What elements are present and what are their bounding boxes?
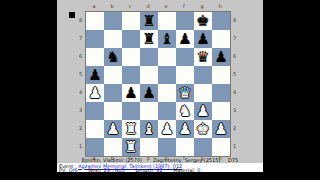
white-pawn-f2: ♟ — [176, 120, 194, 138]
square-a4[interactable]: ♟ — [86, 84, 104, 102]
next-value: 29...Nd5 — [104, 167, 125, 173]
white-pawn-a4: ♟ — [86, 84, 104, 102]
square-c4[interactable]: ♟ — [122, 84, 140, 102]
black-king-g8: ♚ — [194, 12, 212, 30]
coordinate-label: 2 — [77, 119, 84, 137]
square-e2[interactable]: ♟ — [158, 120, 176, 138]
coordinate-label: h — [211, 3, 229, 9]
square-c3[interactable] — [122, 102, 140, 120]
square-a2[interactable] — [86, 120, 104, 138]
black-pawn-d4: ♟ — [140, 84, 158, 102]
coordinate-label: 7 — [231, 29, 238, 47]
white-queen-f4: ♛ — [176, 84, 194, 102]
coordinate-label: 3 — [231, 101, 238, 119]
square-g3[interactable]: ♟ — [194, 102, 212, 120]
white-knight-f3: ♞ — [176, 102, 194, 120]
black-rook-d8: ♜ — [140, 12, 158, 30]
square-e4[interactable] — [158, 84, 176, 102]
pv-label: PV: — [59, 167, 67, 173]
square-e6[interactable] — [158, 48, 176, 66]
material-label: Material: — [173, 167, 195, 173]
video-content-area: abcdefgh abcdefgh 87654321 87654321 ♜♚♜♝… — [57, 0, 263, 172]
square-g5[interactable] — [194, 66, 212, 84]
square-e3[interactable] — [158, 102, 176, 120]
black-pawn-g7: ♟ — [194, 30, 212, 48]
square-h8[interactable] — [212, 12, 230, 30]
coordinate-label: 7 — [77, 29, 84, 47]
square-d8[interactable]: ♜ — [140, 12, 158, 30]
square-d4[interactable]: ♟ — [140, 84, 158, 102]
square-c6[interactable] — [122, 48, 140, 66]
square-b1[interactable] — [104, 138, 122, 156]
square-b4[interactable] — [104, 84, 122, 102]
coordinate-label: f — [175, 3, 193, 9]
square-d6[interactable] — [140, 48, 158, 66]
black-queen-g6: ♛ — [194, 48, 212, 66]
black-pawn-a5: ♟ — [86, 66, 104, 84]
square-h7[interactable] — [212, 30, 230, 48]
square-b2[interactable]: ♟ — [104, 120, 122, 138]
square-d2[interactable]: ♝ — [140, 120, 158, 138]
square-h5[interactable] — [212, 66, 230, 84]
square-b5[interactable] — [104, 66, 122, 84]
length-label: Length: — [135, 167, 154, 173]
chess-board: ♜♚♜♝♟♟♞♛♟♟♟♟♟♛♞♟♟♜♝♟♟♚♟♜ — [85, 11, 231, 157]
square-h4[interactable] — [212, 84, 230, 102]
coordinate-label: e — [157, 3, 175, 9]
square-g6[interactable]: ♛ — [194, 48, 212, 66]
pv-value: Qf6 — [69, 167, 78, 173]
square-a7[interactable] — [86, 30, 104, 48]
coordinate-label: 5 — [77, 65, 84, 83]
rank-labels-left: 87654321 — [77, 11, 84, 155]
square-a8[interactable] — [86, 12, 104, 30]
black-knight-b6: ♞ — [104, 48, 122, 66]
file-labels-top: abcdefgh — [85, 3, 229, 9]
white-bishop-d2: ♝ — [140, 120, 158, 138]
coordinate-label: 8 — [231, 11, 238, 29]
square-d3[interactable] — [140, 102, 158, 120]
square-a3[interactable] — [86, 102, 104, 120]
coordinate-label: b — [103, 3, 121, 9]
coordinate-label: 6 — [231, 47, 238, 65]
coordinate-label: 4 — [231, 83, 238, 101]
coordinate-label: c — [121, 3, 139, 9]
white-pawn-h2: ♟ — [212, 120, 230, 138]
square-f7[interactable]: ♟ — [176, 30, 194, 48]
next-label: Next: — [88, 167, 101, 173]
square-b7[interactable] — [104, 30, 122, 48]
coordinate-label: 1 — [231, 137, 238, 155]
square-c8[interactable] — [122, 12, 140, 30]
square-g4[interactable] — [194, 84, 212, 102]
square-d5[interactable] — [140, 66, 158, 84]
square-h3[interactable] — [212, 102, 230, 120]
black-bishop-e7: ♝ — [158, 30, 176, 48]
square-e7[interactable]: ♝ — [158, 30, 176, 48]
square-g1[interactable] — [194, 138, 212, 156]
square-h6[interactable]: ♟ — [212, 48, 230, 66]
square-a1[interactable] — [86, 138, 104, 156]
coordinate-label: 3 — [77, 101, 84, 119]
black-pawn-f7: ♟ — [176, 30, 194, 48]
black-to-move-indicator — [69, 12, 75, 18]
coordinate-label: 5 — [231, 65, 238, 83]
coordinate-label: 6 — [77, 47, 84, 65]
square-c7[interactable] — [122, 30, 140, 48]
square-f8[interactable] — [176, 12, 194, 30]
square-b6[interactable]: ♞ — [104, 48, 122, 66]
square-e1[interactable] — [158, 138, 176, 156]
square-g7[interactable]: ♟ — [194, 30, 212, 48]
coordinate-label: d — [139, 3, 157, 9]
square-f6[interactable] — [176, 48, 194, 66]
white-rook-c2: ♜ — [122, 120, 140, 138]
square-f1[interactable] — [176, 138, 194, 156]
square-c2[interactable]: ♜ — [122, 120, 140, 138]
square-g8[interactable]: ♚ — [194, 12, 212, 30]
coordinate-label: 4 — [77, 83, 84, 101]
square-d1[interactable] — [140, 138, 158, 156]
material-value: 0 — [197, 167, 200, 173]
square-e5[interactable] — [158, 66, 176, 84]
square-f2[interactable]: ♟ — [176, 120, 194, 138]
black-rook-d7: ♜ — [140, 30, 158, 48]
white-king-g2: ♚ — [194, 120, 212, 138]
coordinate-label: a — [85, 3, 103, 9]
square-f4[interactable]: ♛ — [176, 84, 194, 102]
square-h1[interactable] — [212, 138, 230, 156]
game-info-box: Event : Agzamov Memorial, Tashkent (1987… — [57, 163, 263, 172]
square-c5[interactable] — [122, 66, 140, 84]
white-pawn-b2: ♟ — [104, 120, 122, 138]
white-rook-c1: ♜ — [122, 138, 140, 156]
coordinate-label: 8 — [77, 11, 84, 29]
square-c1[interactable]: ♜ — [122, 138, 140, 156]
square-d7[interactable]: ♜ — [140, 30, 158, 48]
square-e8[interactable] — [158, 12, 176, 30]
coordinate-label: 1 — [77, 137, 84, 155]
square-a5[interactable]: ♟ — [86, 66, 104, 84]
square-f3[interactable]: ♞ — [176, 102, 194, 120]
square-b3[interactable] — [104, 102, 122, 120]
coordinate-label: 2 — [231, 119, 238, 137]
black-pawn-h6: ♟ — [212, 48, 230, 66]
black-pawn-c4: ♟ — [122, 84, 140, 102]
white-pawn-e2: ♟ — [158, 120, 176, 138]
square-h2[interactable]: ♟ — [212, 120, 230, 138]
square-b8[interactable] — [104, 12, 122, 30]
length-value: 42 — [156, 167, 162, 173]
white-pawn-g3: ♟ — [194, 102, 212, 120]
square-a6[interactable] — [86, 48, 104, 66]
coordinate-label: g — [193, 3, 211, 9]
rank-labels-right: 87654321 — [231, 11, 238, 155]
square-g2[interactable]: ♚ — [194, 120, 212, 138]
square-f5[interactable] — [176, 66, 194, 84]
